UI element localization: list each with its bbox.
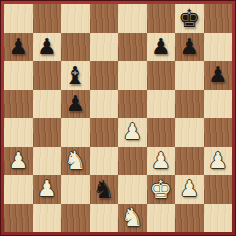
square-c5[interactable]: ♟ bbox=[61, 90, 90, 119]
square-a1[interactable] bbox=[4, 204, 33, 233]
square-g6[interactable] bbox=[175, 61, 204, 90]
square-d8[interactable] bbox=[90, 4, 119, 33]
square-b1[interactable] bbox=[33, 204, 62, 233]
square-f6[interactable] bbox=[147, 61, 176, 90]
square-d5[interactable] bbox=[90, 90, 119, 119]
piece-white-knight[interactable]: ♞ bbox=[121, 205, 143, 230]
square-a2[interactable] bbox=[4, 175, 33, 204]
square-h3[interactable]: ♟ bbox=[204, 147, 233, 176]
square-f1[interactable] bbox=[147, 204, 176, 233]
square-e7[interactable] bbox=[118, 33, 147, 62]
square-e5[interactable] bbox=[118, 90, 147, 119]
square-c8[interactable] bbox=[61, 4, 90, 33]
square-b8[interactable] bbox=[33, 4, 62, 33]
square-f3[interactable]: ♟ bbox=[147, 147, 176, 176]
square-c4[interactable] bbox=[61, 118, 90, 147]
piece-white-pawn[interactable]: ♟ bbox=[37, 178, 57, 200]
square-d3[interactable] bbox=[90, 147, 119, 176]
square-e4[interactable]: ♟ bbox=[118, 118, 147, 147]
piece-white-pawn[interactable]: ♟ bbox=[122, 121, 142, 143]
square-b6[interactable] bbox=[33, 61, 62, 90]
square-g4[interactable] bbox=[175, 118, 204, 147]
square-c1[interactable] bbox=[61, 204, 90, 233]
piece-white-pawn[interactable]: ♟ bbox=[179, 178, 199, 200]
piece-black-bishop[interactable]: ♝ bbox=[64, 63, 86, 88]
square-d1[interactable] bbox=[90, 204, 119, 233]
square-b3[interactable] bbox=[33, 147, 62, 176]
square-d4[interactable] bbox=[90, 118, 119, 147]
square-g1[interactable] bbox=[175, 204, 204, 233]
square-c7[interactable] bbox=[61, 33, 90, 62]
piece-black-pawn[interactable]: ♟ bbox=[8, 36, 28, 58]
board-frame: ♚♟♟♟♟♝♟♟♟♟♞♟♟♟♞♚♟♞ bbox=[0, 0, 236, 236]
piece-black-knight[interactable]: ♞ bbox=[93, 177, 115, 202]
square-b7[interactable]: ♟ bbox=[33, 33, 62, 62]
square-b5[interactable] bbox=[33, 90, 62, 119]
square-a7[interactable]: ♟ bbox=[4, 33, 33, 62]
piece-white-pawn[interactable]: ♟ bbox=[8, 150, 28, 172]
square-a3[interactable]: ♟ bbox=[4, 147, 33, 176]
square-g8[interactable]: ♚ bbox=[175, 4, 204, 33]
piece-black-pawn[interactable]: ♟ bbox=[65, 93, 85, 115]
square-g2[interactable]: ♟ bbox=[175, 175, 204, 204]
square-e3[interactable] bbox=[118, 147, 147, 176]
square-d7[interactable] bbox=[90, 33, 119, 62]
square-f4[interactable] bbox=[147, 118, 176, 147]
square-f7[interactable]: ♟ bbox=[147, 33, 176, 62]
piece-black-pawn[interactable]: ♟ bbox=[208, 64, 228, 86]
square-a4[interactable] bbox=[4, 118, 33, 147]
square-g3[interactable] bbox=[175, 147, 204, 176]
square-d2[interactable]: ♞ bbox=[90, 175, 119, 204]
square-g5[interactable] bbox=[175, 90, 204, 119]
square-a6[interactable] bbox=[4, 61, 33, 90]
piece-white-pawn[interactable]: ♟ bbox=[208, 150, 228, 172]
piece-white-king[interactable]: ♚ bbox=[150, 177, 172, 202]
square-e6[interactable] bbox=[118, 61, 147, 90]
square-e2[interactable] bbox=[118, 175, 147, 204]
piece-black-king[interactable]: ♚ bbox=[178, 6, 200, 31]
piece-white-pawn[interactable]: ♟ bbox=[151, 150, 171, 172]
square-h2[interactable] bbox=[204, 175, 233, 204]
square-f2[interactable]: ♚ bbox=[147, 175, 176, 204]
square-e1[interactable]: ♞ bbox=[118, 204, 147, 233]
square-f5[interactable] bbox=[147, 90, 176, 119]
square-g7[interactable]: ♟ bbox=[175, 33, 204, 62]
piece-black-pawn[interactable]: ♟ bbox=[151, 36, 171, 58]
square-h5[interactable] bbox=[204, 90, 233, 119]
square-f8[interactable] bbox=[147, 4, 176, 33]
square-c6[interactable]: ♝ bbox=[61, 61, 90, 90]
square-e8[interactable] bbox=[118, 4, 147, 33]
square-b2[interactable]: ♟ bbox=[33, 175, 62, 204]
square-c3[interactable]: ♞ bbox=[61, 147, 90, 176]
square-d6[interactable] bbox=[90, 61, 119, 90]
square-h4[interactable] bbox=[204, 118, 233, 147]
square-b4[interactable] bbox=[33, 118, 62, 147]
square-a5[interactable] bbox=[4, 90, 33, 119]
piece-black-pawn[interactable]: ♟ bbox=[37, 36, 57, 58]
piece-black-pawn[interactable]: ♟ bbox=[179, 36, 199, 58]
square-h8[interactable] bbox=[204, 4, 233, 33]
square-h6[interactable]: ♟ bbox=[204, 61, 233, 90]
piece-white-knight[interactable]: ♞ bbox=[64, 148, 86, 173]
square-a8[interactable] bbox=[4, 4, 33, 33]
square-c2[interactable] bbox=[61, 175, 90, 204]
square-h7[interactable] bbox=[204, 33, 233, 62]
chess-board: ♚♟♟♟♟♝♟♟♟♟♞♟♟♟♞♚♟♞ bbox=[4, 4, 232, 232]
square-h1[interactable] bbox=[204, 204, 233, 233]
